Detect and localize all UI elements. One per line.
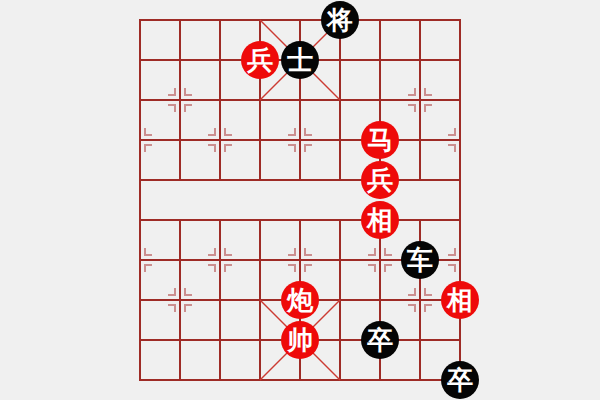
piece-red-elephant-a[interactable]: 相	[361, 201, 399, 239]
piece-red-soldier-a[interactable]: 兵	[241, 41, 279, 79]
piece-red-elephant-b[interactable]: 相	[441, 281, 479, 319]
piece-black-soldier-b[interactable]: 卒	[441, 361, 479, 399]
piece-black-chariot[interactable]: 车	[401, 241, 439, 279]
piece-red-horse[interactable]: 马	[361, 121, 399, 159]
piece-red-soldier-b[interactable]: 兵	[361, 161, 399, 199]
board[interactable]: 将兵士马兵相车炮相帅卒卒	[120, 0, 480, 400]
piece-red-general[interactable]: 帅	[281, 321, 319, 359]
piece-red-cannon[interactable]: 炮	[281, 281, 319, 319]
piece-black-general[interactable]: 将	[321, 1, 359, 39]
xiangqi-screen: 将兵士马兵相车炮相帅卒卒	[0, 0, 600, 400]
piece-black-soldier-a[interactable]: 卒	[361, 321, 399, 359]
piece-black-advisor[interactable]: 士	[281, 41, 319, 79]
